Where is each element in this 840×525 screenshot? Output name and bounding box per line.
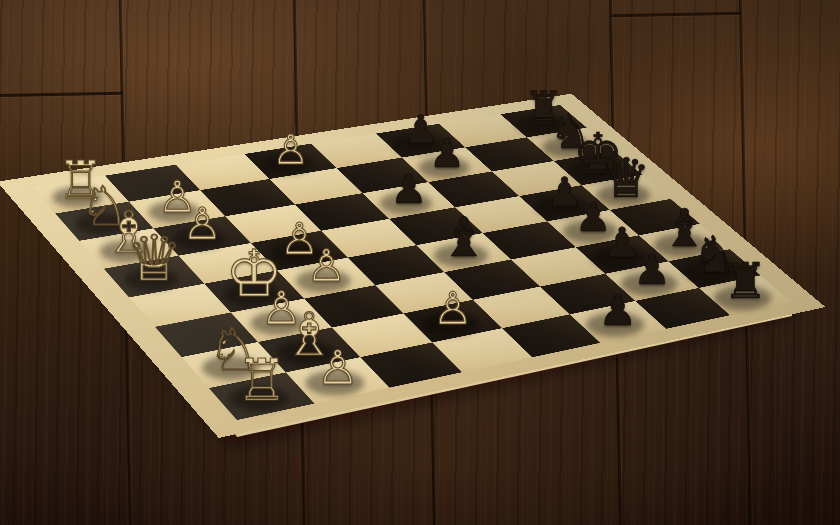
piece-white-pawn-h2[interactable]: ♙ (316, 344, 359, 391)
piece-black-pawn-c5[interactable]: ♟ (390, 169, 427, 211)
piece-white-pawn-e3[interactable]: ♙ (306, 244, 346, 288)
piece-black-pawn-g7[interactable]: ♟ (633, 249, 671, 291)
piece-white-pawn-c2[interactable]: ♙ (182, 202, 222, 246)
pieces-layer: ♜♟♞♙♟♚♛♖♟♟♙♘♟♙♝♗♙♝♟♞♕♙♟♔♜♙♙♟♗♘♙♖ (0, 0, 840, 525)
piece-white-pawn-g4[interactable]: ♙ (433, 287, 473, 332)
photo-scene: ♜♟♞♙♟♚♛♖♟♟♙♘♟♙♝♗♙♝♟♞♕♙♟♔♜♙♙♟♗♘♙♖ (0, 0, 840, 525)
piece-black-pawn-b6[interactable]: ♟ (429, 134, 465, 174)
piece-black-bishop-e5[interactable]: ♝ (439, 211, 488, 265)
piece-white-rook-h1[interactable]: ♖ (236, 352, 288, 410)
piece-white-pawn-a4[interactable]: ♙ (272, 130, 309, 171)
piece-white-queen-d1[interactable]: ♕ (126, 228, 182, 291)
piece-black-rook-h8[interactable]: ♜ (723, 257, 767, 307)
piece-black-pawn-h6[interactable]: ♟ (599, 289, 638, 333)
